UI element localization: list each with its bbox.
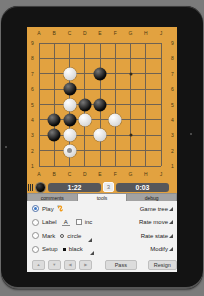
grid-line <box>130 43 131 166</box>
nav-down-button[interactable]: ▼ <box>48 260 61 270</box>
tab-debug[interactable]: debug <box>127 194 176 201</box>
play-mode-icon <box>57 205 64 213</box>
last-move-marker <box>67 148 72 153</box>
coordinate-label: C <box>68 172 72 177</box>
white-stone[interactable] <box>63 67 76 80</box>
coordinate-label: A <box>37 172 40 177</box>
drag-handle-icon[interactable] <box>28 184 33 191</box>
setup-label[interactable]: Setup <box>42 246 58 252</box>
coordinate-label: F <box>114 31 117 36</box>
tab-comments[interactable]: comments <box>28 194 77 201</box>
spinner-corner-icon <box>88 238 92 242</box>
corner-fold-icon <box>169 234 173 238</box>
coordinate-label: J <box>160 31 163 36</box>
go-board[interactable]: AABBCCDDEEFFGGHHJJ998877665544332211 <box>27 27 177 181</box>
mark-row: Mark circle Rate state <box>32 229 174 243</box>
black-stone[interactable] <box>78 98 91 111</box>
mark-spinner[interactable]: circle <box>67 233 81 239</box>
game-tree-button[interactable]: Game tree <box>140 206 174 212</box>
play-radio[interactable] <box>32 205 39 212</box>
tablet-frame: AABBCCDDEEFFGGHHJJ998877665544332211 1:2… <box>1 6 203 289</box>
grid-box <box>39 43 161 166</box>
coordinate-label: 8 <box>31 56 34 61</box>
black-stone[interactable] <box>63 83 76 96</box>
coordinate-label: E <box>98 31 101 36</box>
white-stone[interactable] <box>63 129 76 142</box>
coordinate-label: B <box>53 172 56 177</box>
coordinate-label: 4 <box>31 117 34 122</box>
move-count-badge: 3 <box>103 182 114 192</box>
label-radio[interactable] <box>32 219 39 226</box>
label-label[interactable]: Label <box>42 219 57 225</box>
setup-spinner[interactable]: black <box>69 246 83 252</box>
coordinate-label: C <box>68 31 72 36</box>
pass-button[interactable]: Pass <box>105 260 136 270</box>
grid-line <box>161 43 162 166</box>
coordinate-label: 5 <box>31 102 34 107</box>
coordinate-label: 7 <box>171 71 174 76</box>
coordinate-label: J <box>160 172 163 177</box>
app-screen: AABBCCDDEEFFGGHHJJ998877665544332211 1:2… <box>27 27 177 272</box>
tab-bar: comments tools debug <box>27 193 177 201</box>
white-stone[interactable] <box>63 98 76 111</box>
camera-dot-left <box>5 146 7 148</box>
coordinate-label: E <box>98 172 101 177</box>
nav-prev-button[interactable]: ◀ <box>64 260 77 270</box>
play-label[interactable]: Play <box>42 206 54 212</box>
grid-line <box>39 150 161 151</box>
camera-dot-right <box>190 133 192 135</box>
coordinate-label: D <box>83 172 87 177</box>
black-stone[interactable] <box>63 113 76 126</box>
black-stone[interactable] <box>94 67 107 80</box>
coordinate-label: G <box>129 172 133 177</box>
coordinate-label: 2 <box>171 148 174 153</box>
rate-state-button[interactable]: Rate state <box>141 233 174 239</box>
coordinate-label: H <box>144 172 148 177</box>
coordinate-label: 6 <box>171 87 174 92</box>
corner-fold-icon <box>169 207 173 211</box>
grid-line <box>115 43 116 166</box>
coordinate-label: 9 <box>31 41 34 46</box>
coordinate-label: D <box>83 31 87 36</box>
coordinate-label: 5 <box>171 102 174 107</box>
black-stone[interactable] <box>48 113 61 126</box>
label-row: Label A inc Rate move <box>32 216 174 230</box>
mark-radio[interactable] <box>32 232 39 239</box>
coordinate-label: G <box>129 31 133 36</box>
grid-line <box>145 43 146 166</box>
coordinate-label: B <box>53 31 56 36</box>
white-stone[interactable] <box>78 113 91 126</box>
coordinate-label: 3 <box>171 133 174 138</box>
corner-fold-icon <box>169 220 173 224</box>
inc-label[interactable]: inc <box>85 219 93 225</box>
nav-next-button[interactable]: ▶ <box>79 260 92 270</box>
spinner-corner-icon <box>90 251 94 255</box>
coordinate-label: 8 <box>171 56 174 61</box>
hoshi-point <box>129 72 132 75</box>
coordinate-label: 9 <box>171 41 174 46</box>
circle-mark-icon <box>60 234 64 238</box>
black-stone-icon <box>36 183 45 192</box>
black-clock: 1:22 <box>48 183 101 192</box>
corner-fold-icon <box>169 247 173 251</box>
black-stone-swatch <box>63 248 66 251</box>
coordinate-label: F <box>114 172 117 177</box>
coordinate-label: 1 <box>31 164 34 169</box>
action-bar: ▲ ▼ ◀ ▶ Pass Resign <box>27 257 177 272</box>
resign-button[interactable]: Resign <box>148 260 177 270</box>
rate-move-button[interactable]: Rate move <box>139 219 174 225</box>
coordinate-label: 7 <box>31 71 34 76</box>
black-stone[interactable] <box>48 129 61 142</box>
grid-line <box>39 166 161 167</box>
inc-checkbox[interactable] <box>76 219 82 225</box>
white-stone[interactable] <box>94 129 107 142</box>
setup-row: Setup black Modify <box>32 243 174 257</box>
setup-radio[interactable] <box>32 246 39 253</box>
coordinate-label: A <box>37 31 40 36</box>
coordinate-label: 3 <box>31 133 34 138</box>
white-stone[interactable] <box>63 144 76 157</box>
coordinate-label: 1 <box>171 164 174 169</box>
modify-button[interactable]: Modify <box>150 246 174 252</box>
play-row: Play Game tree <box>32 202 174 216</box>
clock-bar: 1:22 3 0:03 <box>27 181 177 193</box>
tools-panel: Play Game tree Label A inc <box>27 201 177 257</box>
coordinate-label: 4 <box>171 117 174 122</box>
mark-label[interactable]: Mark <box>42 233 55 239</box>
label-letter-spinner[interactable]: A <box>62 219 70 226</box>
white-clock: 0:03 <box>116 183 169 192</box>
black-stone[interactable] <box>94 98 107 111</box>
nav-up-button[interactable]: ▲ <box>32 260 45 270</box>
hoshi-point <box>129 134 132 137</box>
coordinate-label: H <box>144 31 148 36</box>
coordinate-label: 6 <box>31 87 34 92</box>
white-stone[interactable] <box>109 113 122 126</box>
coordinate-label: 2 <box>31 148 34 153</box>
tab-tools[interactable]: tools <box>78 194 127 201</box>
